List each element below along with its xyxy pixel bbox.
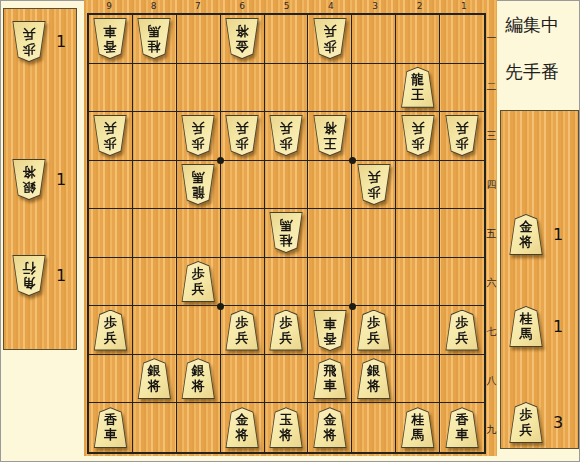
square-9b[interactable]: [89, 64, 133, 113]
piece-桂馬[interactable]: 桂馬: [136, 18, 172, 59]
rank-label-2: 二: [486, 62, 497, 111]
square-7c[interactable]: 歩兵: [177, 112, 221, 161]
piece-桂馬[interactable]: 桂馬: [400, 407, 436, 448]
square-6a[interactable]: 金将: [221, 15, 265, 64]
piece-歩兵[interactable]: 歩兵: [180, 115, 216, 156]
file-label-7: 7: [176, 0, 220, 13]
piece-龍王[interactable]: 龍王: [400, 67, 436, 108]
piece-飛車[interactable]: 飛車: [312, 358, 348, 399]
piece-香車[interactable]: 香車: [92, 18, 128, 59]
piece-香車[interactable]: 香車: [312, 310, 348, 351]
piece-桂馬[interactable]: 桂馬: [268, 212, 304, 253]
square-7b[interactable]: [177, 64, 221, 113]
square-3a[interactable]: [352, 15, 396, 64]
square-5a[interactable]: [265, 15, 309, 64]
square-9i[interactable]: 香車: [89, 403, 133, 452]
piece-歩兵[interactable]: 歩兵: [92, 115, 128, 156]
square-1h[interactable]: [440, 355, 484, 404]
piece-金将[interactable]: 金将: [312, 407, 348, 448]
square-8f[interactable]: [133, 258, 177, 307]
square-4d[interactable]: [308, 161, 352, 210]
file-label-2: 2: [397, 0, 441, 13]
square-8e[interactable]: [133, 209, 177, 258]
piece-香車[interactable]: 香車: [444, 407, 480, 448]
piece-角行[interactable]: 角行: [11, 255, 47, 296]
square-4c[interactable]: 王将: [308, 112, 352, 161]
hand-sente-桂馬: 桂馬1: [508, 306, 565, 347]
rank-label-5: 五: [486, 209, 497, 258]
piece-銀将[interactable]: 銀将: [136, 358, 172, 399]
rank-label-8: 八: [486, 356, 497, 405]
square-5c[interactable]: 歩兵: [265, 112, 309, 161]
square-3f[interactable]: [352, 258, 396, 307]
square-1a[interactable]: [440, 15, 484, 64]
rank-label-9: 九: [486, 405, 497, 454]
square-3d[interactable]: 歩兵: [352, 161, 396, 210]
square-6d[interactable]: [221, 161, 265, 210]
square-1f[interactable]: [440, 258, 484, 307]
turn-indicator: 先手番: [505, 60, 577, 84]
square-7d[interactable]: 龍馬: [177, 161, 221, 210]
piece-歩兵[interactable]: 歩兵: [268, 310, 304, 351]
hand-count: 1: [54, 170, 68, 189]
square-6c[interactable]: 歩兵: [221, 112, 265, 161]
square-7h[interactable]: 銀将: [177, 355, 221, 404]
square-3g[interactable]: 歩兵: [352, 306, 396, 355]
hand-gote-歩兵: 歩兵1: [11, 21, 68, 62]
piece-銀将[interactable]: 銀将: [180, 358, 216, 399]
piece-王将[interactable]: 王将: [312, 115, 348, 156]
hand-count: 1: [551, 317, 565, 336]
piece-歩兵[interactable]: 歩兵: [400, 115, 436, 156]
square-4h[interactable]: 飛車: [308, 355, 352, 404]
file-label-3: 3: [353, 0, 397, 13]
square-9f[interactable]: [89, 258, 133, 307]
square-2d[interactable]: [396, 161, 440, 210]
piece-玉将[interactable]: 玉将: [268, 407, 304, 448]
square-4b[interactable]: [308, 64, 352, 113]
square-4g[interactable]: 香車: [308, 306, 352, 355]
square-2g[interactable]: [396, 306, 440, 355]
square-8a[interactable]: 桂馬: [133, 15, 177, 64]
shogi-editor-window: 歩兵1銀将1角行1 987654321 香車桂馬金将歩兵龍王歩兵歩兵歩兵歩兵王将…: [0, 0, 580, 462]
square-5g[interactable]: 歩兵: [265, 306, 309, 355]
square-9g[interactable]: 歩兵: [89, 306, 133, 355]
square-7f[interactable]: 歩兵: [177, 258, 221, 307]
square-5f[interactable]: [265, 258, 309, 307]
piece-金将[interactable]: 金将: [224, 407, 260, 448]
gote-hand-tray: 歩兵1銀将1角行1: [3, 8, 77, 350]
piece-歩兵[interactable]: 歩兵: [444, 310, 480, 351]
square-6i[interactable]: 金将: [221, 403, 265, 452]
file-label-1: 1: [442, 0, 486, 13]
piece-歩兵[interactable]: 歩兵: [224, 310, 260, 351]
piece-歩兵[interactable]: 歩兵: [224, 115, 260, 156]
square-8d[interactable]: [133, 161, 177, 210]
square-6e[interactable]: [221, 209, 265, 258]
square-9h[interactable]: [89, 355, 133, 404]
file-label-6: 6: [220, 0, 264, 13]
square-7e[interactable]: [177, 209, 221, 258]
square-1e[interactable]: [440, 209, 484, 258]
hand-count: 1: [54, 32, 68, 51]
file-label-4: 4: [309, 0, 353, 13]
hand-gote-角行: 角行1: [11, 255, 68, 296]
square-7a[interactable]: [177, 15, 221, 64]
hand-count: 1: [54, 266, 68, 285]
square-4f[interactable]: [308, 258, 352, 307]
square-5e[interactable]: 桂馬: [265, 209, 309, 258]
square-1b[interactable]: [440, 64, 484, 113]
piece-歩兵[interactable]: 歩兵: [356, 310, 392, 351]
square-1c[interactable]: 歩兵: [440, 112, 484, 161]
hand-gote-銀将: 銀将1: [11, 159, 68, 200]
piece-桂馬[interactable]: 桂馬: [508, 306, 544, 347]
square-1d[interactable]: [440, 161, 484, 210]
piece-歩兵[interactable]: 歩兵: [312, 18, 348, 59]
square-2a[interactable]: [396, 15, 440, 64]
hand-count: 3: [551, 413, 565, 432]
piece-歩兵[interactable]: 歩兵: [92, 310, 128, 351]
square-5b[interactable]: [265, 64, 309, 113]
square-4i[interactable]: 金将: [308, 403, 352, 452]
square-7i[interactable]: [177, 403, 221, 452]
square-3b[interactable]: [352, 64, 396, 113]
square-5i[interactable]: 玉将: [265, 403, 309, 452]
board-grid: 香車桂馬金将歩兵龍王歩兵歩兵歩兵歩兵王将歩兵歩兵龍馬歩兵桂馬歩兵歩兵歩兵歩兵香車…: [87, 13, 486, 454]
rank-label-7: 七: [486, 307, 497, 356]
square-3i[interactable]: [352, 403, 396, 452]
piece-歩兵[interactable]: 歩兵: [11, 21, 47, 62]
square-1i[interactable]: 香車: [440, 403, 484, 452]
shogi-board: 987654321 香車桂馬金将歩兵龍王歩兵歩兵歩兵歩兵王将歩兵歩兵龍馬歩兵桂馬…: [84, 0, 497, 456]
square-8i[interactable]: [133, 403, 177, 452]
square-2h[interactable]: [396, 355, 440, 404]
piece-歩兵[interactable]: 歩兵: [508, 402, 544, 443]
square-9d[interactable]: [89, 161, 133, 210]
piece-歩兵[interactable]: 歩兵: [268, 115, 304, 156]
piece-龍馬[interactable]: 龍馬: [180, 164, 216, 205]
square-2b[interactable]: 龍王: [396, 64, 440, 113]
square-9a[interactable]: 香車: [89, 15, 133, 64]
square-6h[interactable]: [221, 355, 265, 404]
square-7g[interactable]: [177, 306, 221, 355]
hand-sente-金将: 金将1: [508, 214, 565, 255]
file-labels: 987654321: [87, 0, 486, 13]
piece-金将[interactable]: 金将: [224, 18, 260, 59]
piece-銀将[interactable]: 銀将: [356, 358, 392, 399]
square-8h[interactable]: 銀将: [133, 355, 177, 404]
square-2c[interactable]: 歩兵: [396, 112, 440, 161]
square-6f[interactable]: [221, 258, 265, 307]
square-2f[interactable]: [396, 258, 440, 307]
square-4a[interactable]: 歩兵: [308, 15, 352, 64]
square-8c[interactable]: [133, 112, 177, 161]
square-6b[interactable]: [221, 64, 265, 113]
hand-count: 1: [551, 225, 565, 244]
piece-歩兵[interactable]: 歩兵: [180, 261, 216, 302]
piece-歩兵[interactable]: 歩兵: [356, 164, 392, 205]
mode-label: 編集中: [505, 13, 577, 37]
square-9c[interactable]: 歩兵: [89, 112, 133, 161]
piece-歩兵[interactable]: 歩兵: [444, 115, 480, 156]
square-3h[interactable]: 銀将: [352, 355, 396, 404]
square-4e[interactable]: [308, 209, 352, 258]
rank-label-3: 三: [486, 111, 497, 160]
square-3c[interactable]: [352, 112, 396, 161]
square-6g[interactable]: 歩兵: [221, 306, 265, 355]
file-label-8: 8: [131, 0, 175, 13]
square-2i[interactable]: 桂馬: [396, 403, 440, 452]
square-8g[interactable]: [133, 306, 177, 355]
square-1g[interactable]: 歩兵: [440, 306, 484, 355]
square-9e[interactable]: [89, 209, 133, 258]
rank-label-4: 四: [486, 160, 497, 209]
square-2e[interactable]: [396, 209, 440, 258]
file-label-9: 9: [87, 0, 131, 13]
hand-sente-歩兵: 歩兵3: [508, 402, 565, 443]
square-5h[interactable]: [265, 355, 309, 404]
piece-香車[interactable]: 香車: [92, 407, 128, 448]
rank-label-6: 六: [486, 258, 497, 307]
piece-金将[interactable]: 金将: [508, 214, 544, 255]
sente-hand-tray: 金将1桂馬1歩兵3: [500, 110, 579, 449]
piece-銀将[interactable]: 銀将: [11, 159, 47, 200]
file-label-5: 5: [264, 0, 308, 13]
rank-label-1: 一: [486, 13, 497, 62]
square-3e[interactable]: [352, 209, 396, 258]
rank-labels: 一二三四五六七八九: [486, 13, 497, 454]
square-5d[interactable]: [265, 161, 309, 210]
square-8b[interactable]: [133, 64, 177, 113]
